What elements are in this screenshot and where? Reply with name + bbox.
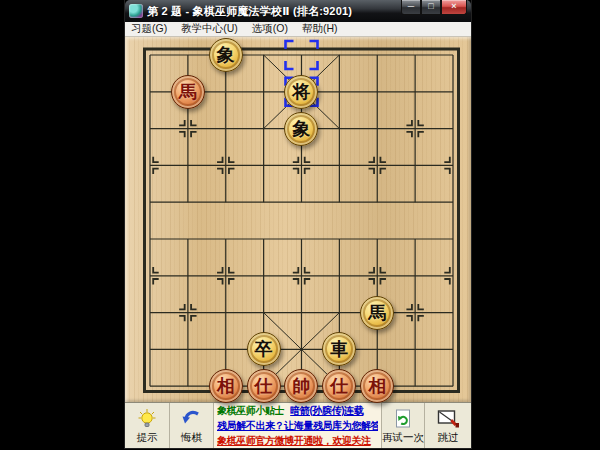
hint-button[interactable]: 提示	[125, 403, 169, 448]
retry-button[interactable]: 再试一次	[381, 403, 424, 448]
skip-label: 跳过	[438, 431, 459, 445]
menu-item-exercises[interactable]: 习题(G)	[131, 22, 167, 36]
board-grid[interactable]: 象馬将象馬卒車相仕帥仕相	[131, 37, 472, 405]
piece-black-pawn[interactable]: 卒	[247, 332, 281, 366]
tip-link-weibo[interactable]: 象棋巫师官方微博开通啦，欢迎关注	[217, 435, 371, 446]
menu-item-help[interactable]: 帮助(H)	[302, 22, 338, 36]
menu-item-teaching-center[interactable]: 教学中心(U)	[181, 22, 238, 36]
lightbulb-icon	[136, 408, 158, 430]
title-bar: 第 2 题 - 象棋巫师魔法学校Ⅱ (排名:9201) ─ □ ×	[125, 0, 471, 22]
piece-black-chariot[interactable]: 車	[322, 332, 356, 366]
screen: 第 2 题 - 象棋巫师魔法学校Ⅱ (排名:9201) ─ □ × 习题(G) …	[0, 0, 600, 450]
app-icon	[129, 4, 143, 18]
board-panel: 象馬将象馬卒車相仕帥仕相	[125, 37, 471, 402]
piece-red-horse[interactable]: 馬	[171, 75, 205, 109]
tip-link-serial[interactable]: 暗箭(孙膑传)连载	[290, 405, 363, 416]
tips-panel: 象棋巫师小贴士暗箭(孙膑传)连载 残局解不出来？让海量残局库为您解答 象棋巫师官…	[213, 403, 381, 448]
hint-label: 提示	[137, 431, 158, 445]
tip-line-1: 象棋巫师小贴士暗箭(孙膑传)连载	[217, 404, 378, 418]
piece-black-general[interactable]: 将	[284, 75, 318, 109]
retry-label: 再试一次	[382, 431, 424, 445]
piece-black-elephant[interactable]: 象	[209, 38, 243, 72]
skip-board-icon	[436, 408, 460, 430]
toolbar: 提示 悔棋 象棋巫师小贴士暗箭(孙膑传)连载 残局解不出来？让海量残局库为您解答…	[125, 402, 471, 448]
maximize-button[interactable]: □	[421, 0, 441, 15]
piece-red-general[interactable]: 帥	[284, 369, 318, 403]
window-controls: ─ □ ×	[401, 0, 467, 15]
piece-red-advisor[interactable]: 仕	[322, 369, 356, 403]
undo-arrow-icon	[181, 408, 203, 430]
piece-black-elephant[interactable]: 象	[284, 112, 318, 146]
undo-label: 悔棋	[181, 431, 202, 445]
window-title: 第 2 题 - 象棋巫师魔法学校Ⅱ (排名:9201)	[147, 4, 352, 19]
tip-link-endgame-library[interactable]: 残局解不出来？让海量残局库为您解答	[217, 420, 378, 431]
tip-title: 象棋巫师小贴士	[217, 405, 284, 416]
tip-line-3: 象棋巫师官方微博开通啦，欢迎关注	[217, 434, 378, 448]
piece-red-elephant[interactable]: 相	[209, 369, 243, 403]
menu-bar: 习题(G) 教学中心(U) 选项(O) 帮助(H)	[125, 22, 471, 37]
undo-button[interactable]: 悔棋	[169, 403, 213, 448]
skip-button[interactable]: 跳过	[424, 403, 471, 448]
minimize-button[interactable]: ─	[401, 0, 421, 15]
refresh-page-icon	[392, 408, 414, 430]
app-window: 第 2 题 - 象棋巫师魔法学校Ⅱ (排名:9201) ─ □ × 习题(G) …	[125, 0, 471, 448]
piece-red-elephant[interactable]: 相	[360, 369, 394, 403]
menu-item-options[interactable]: 选项(O)	[252, 22, 288, 36]
tip-line-2: 残局解不出来？让海量残局库为您解答	[217, 419, 378, 433]
piece-black-horse[interactable]: 馬	[360, 296, 394, 330]
close-button[interactable]: ×	[441, 0, 467, 15]
piece-red-advisor[interactable]: 仕	[247, 369, 281, 403]
